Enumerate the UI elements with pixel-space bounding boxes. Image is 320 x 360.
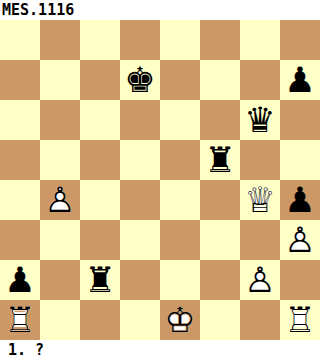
- square-d3[interactable]: [120, 220, 160, 260]
- square-f4[interactable]: [200, 180, 240, 220]
- square-f7[interactable]: [200, 60, 240, 100]
- square-b3[interactable]: [40, 220, 80, 260]
- square-b7[interactable]: [40, 60, 80, 100]
- white-rook-piece-outline: ♖: [0, 300, 40, 340]
- white-queen-piece[interactable]: ♛♕: [240, 180, 280, 220]
- square-d4[interactable]: [120, 180, 160, 220]
- square-c5[interactable]: [80, 140, 120, 180]
- square-d8[interactable]: [120, 20, 160, 60]
- square-g2[interactable]: ♟♙: [240, 260, 280, 300]
- black-pawn-piece[interactable]: ♟: [0, 260, 40, 300]
- chess-board: ♚♟♛♜♟♙♛♕♟♟♙♟♜♟♙♜♖♚♔♜♖: [0, 20, 320, 340]
- white-pawn-piece[interactable]: ♟♙: [280, 220, 320, 260]
- black-queen-piece[interactable]: ♛: [240, 100, 280, 140]
- square-c4[interactable]: [80, 180, 120, 220]
- square-c3[interactable]: [80, 220, 120, 260]
- white-pawn-piece[interactable]: ♟♙: [240, 260, 280, 300]
- black-rook-piece[interactable]: ♜: [200, 140, 240, 180]
- white-pawn-piece-outline: ♙: [240, 260, 280, 300]
- move-prompt: 1. ?: [0, 340, 320, 360]
- square-a4[interactable]: [0, 180, 40, 220]
- square-g8[interactable]: [240, 20, 280, 60]
- square-g3[interactable]: [240, 220, 280, 260]
- square-b2[interactable]: [40, 260, 80, 300]
- square-f2[interactable]: [200, 260, 240, 300]
- square-d7[interactable]: ♚: [120, 60, 160, 100]
- square-a7[interactable]: [0, 60, 40, 100]
- square-f6[interactable]: [200, 100, 240, 140]
- puzzle-title: MES.1116: [0, 0, 320, 20]
- square-a5[interactable]: [0, 140, 40, 180]
- square-g1[interactable]: [240, 300, 280, 340]
- white-rook-piece-outline: ♖: [280, 300, 320, 340]
- black-king-piece[interactable]: ♚: [120, 60, 160, 100]
- square-h7[interactable]: ♟: [280, 60, 320, 100]
- square-e8[interactable]: [160, 20, 200, 60]
- square-h4[interactable]: ♟: [280, 180, 320, 220]
- square-a3[interactable]: [0, 220, 40, 260]
- white-pawn-piece[interactable]: ♟♙: [40, 180, 80, 220]
- square-g4[interactable]: ♛♕: [240, 180, 280, 220]
- square-a1[interactable]: ♜♖: [0, 300, 40, 340]
- white-pawn-piece-outline: ♙: [40, 180, 80, 220]
- square-e2[interactable]: [160, 260, 200, 300]
- square-e4[interactable]: [160, 180, 200, 220]
- square-a2[interactable]: ♟: [0, 260, 40, 300]
- square-d1[interactable]: [120, 300, 160, 340]
- square-e3[interactable]: [160, 220, 200, 260]
- square-g5[interactable]: [240, 140, 280, 180]
- square-h2[interactable]: [280, 260, 320, 300]
- square-b1[interactable]: [40, 300, 80, 340]
- chess-puzzle-diagram: MES.1116 ♚♟♛♜♟♙♛♕♟♟♙♟♜♟♙♜♖♚♔♜♖ 1. ?: [0, 0, 320, 360]
- square-c2[interactable]: ♜: [80, 260, 120, 300]
- square-h8[interactable]: [280, 20, 320, 60]
- square-a6[interactable]: [0, 100, 40, 140]
- square-e1[interactable]: ♚♔: [160, 300, 200, 340]
- white-king-piece-outline: ♔: [160, 300, 200, 340]
- square-c6[interactable]: [80, 100, 120, 140]
- square-b4[interactable]: ♟♙: [40, 180, 80, 220]
- white-king-piece[interactable]: ♚♔: [160, 300, 200, 340]
- square-h1[interactable]: ♜♖: [280, 300, 320, 340]
- square-d5[interactable]: [120, 140, 160, 180]
- black-pawn-piece[interactable]: ♟: [280, 180, 320, 220]
- square-e6[interactable]: [160, 100, 200, 140]
- square-h3[interactable]: ♟♙: [280, 220, 320, 260]
- white-queen-piece-outline: ♕: [240, 180, 280, 220]
- square-d2[interactable]: [120, 260, 160, 300]
- square-b5[interactable]: [40, 140, 80, 180]
- square-g7[interactable]: [240, 60, 280, 100]
- black-pawn-piece[interactable]: ♟: [280, 60, 320, 100]
- square-f5[interactable]: ♜: [200, 140, 240, 180]
- square-a8[interactable]: [0, 20, 40, 60]
- square-h6[interactable]: [280, 100, 320, 140]
- black-rook-piece[interactable]: ♜: [80, 260, 120, 300]
- square-f3[interactable]: [200, 220, 240, 260]
- square-d6[interactable]: [120, 100, 160, 140]
- square-e5[interactable]: [160, 140, 200, 180]
- white-rook-piece[interactable]: ♜♖: [0, 300, 40, 340]
- square-c1[interactable]: [80, 300, 120, 340]
- white-pawn-piece-outline: ♙: [280, 220, 320, 260]
- white-rook-piece[interactable]: ♜♖: [280, 300, 320, 340]
- square-h5[interactable]: [280, 140, 320, 180]
- square-b8[interactable]: [40, 20, 80, 60]
- square-c8[interactable]: [80, 20, 120, 60]
- square-c7[interactable]: [80, 60, 120, 100]
- square-b6[interactable]: [40, 100, 80, 140]
- square-f1[interactable]: [200, 300, 240, 340]
- square-g6[interactable]: ♛: [240, 100, 280, 140]
- square-e7[interactable]: [160, 60, 200, 100]
- square-f8[interactable]: [200, 20, 240, 60]
